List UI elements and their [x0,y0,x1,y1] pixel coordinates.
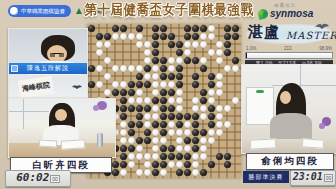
white-stone [224,65,231,72]
black-stone [224,161,231,168]
white-stone [144,57,151,64]
black-stone [176,49,183,56]
right-player-face [280,91,291,104]
white-stone [160,169,167,176]
black-stone [176,153,183,160]
black-stone [160,161,167,168]
black-stone [136,137,143,144]
white-stone [136,33,143,40]
white-stone [200,153,207,160]
black-stone [184,113,191,120]
white-stone [208,33,215,40]
white-stone [144,153,151,160]
black-stone [160,97,167,104]
white-stone [96,41,103,48]
white-stone [152,113,159,120]
ai-name-suffix: MASTER [286,30,336,41]
white-stone [144,161,151,168]
white-stone [152,73,159,80]
winrate-bar [245,52,333,59]
black-stone [176,121,183,128]
window-frame [272,85,336,86]
black-stone [208,81,215,88]
white-stone [136,65,143,72]
white-stone [120,137,127,144]
white-stone [144,73,151,80]
broadcast-frame: 中華職業圍棋協會 海峰棋院 第十屆健喬盃女子圍棋最強戰 陳逸五段解說 海峰棋院 [0,0,336,189]
event-title: 第十屆健喬盃女子圍棋最強戰 [84,1,254,20]
white-stone [216,81,223,88]
white-stone [144,121,151,128]
white-stone [216,73,223,80]
white-stone [208,25,215,32]
white-stone [160,81,167,88]
black-stone [192,73,199,80]
black-stone [168,73,175,80]
white-stone [136,169,143,176]
black-stone [168,153,175,160]
black-stone [192,137,199,144]
black-stone [160,145,167,152]
black-stone [192,25,199,32]
black-stone [152,25,159,32]
right-player-clock: 23:01 00 [290,170,336,186]
black-stone [144,65,151,72]
black-stone [128,129,135,136]
white-stone [184,145,191,152]
white-stone [112,33,119,40]
black-stone [192,121,199,128]
white-stone [152,89,159,96]
white-stone [168,161,175,168]
black-stone [152,33,159,40]
black-stone [184,25,191,32]
white-stone [184,121,191,128]
black-stone [224,25,231,32]
left-player-face [55,109,67,121]
right-player-name: 俞俐均四段 [261,155,319,168]
white-stone [176,57,183,64]
synmosa-leaf-icon [257,7,269,19]
stage-tag: 勝部準決賽 [243,171,289,183]
commentator-banner: 陳逸五段解說 [9,63,87,74]
white-stone [232,65,239,72]
window-frame [9,111,49,112]
black-stone [200,97,207,104]
winrate-bar-white-fill [247,53,332,58]
white-stone [104,57,111,64]
white-stone [232,97,239,104]
white-stone [144,113,151,120]
white-stone [192,97,199,104]
white-stone [192,41,199,48]
ai-brand: 湛盧 MASTER [246,22,332,46]
white-stone [176,105,183,112]
white-stone [216,129,223,136]
white-stone [184,41,191,48]
black-stone [136,121,143,128]
black-stone [112,169,119,176]
black-stone [232,57,239,64]
black-stone [152,97,159,104]
white-stone [168,81,175,88]
black-stone [152,161,159,168]
white-stone [168,129,175,136]
white-stone [216,105,223,112]
white-stone [144,41,151,48]
glasses-icon [50,53,64,57]
white-stone [152,145,159,152]
black-stone [192,81,199,88]
black-stone [88,81,95,88]
white-stone [208,49,215,56]
white-stone [200,137,207,144]
white-stone [216,121,223,128]
black-stone [144,105,151,112]
black-stone [184,153,191,160]
white-stone [224,105,231,112]
white-stone [120,81,127,88]
white-stone [216,49,223,56]
black-stone [192,145,199,152]
white-stone [192,105,199,112]
black-stone [144,81,151,88]
black-stone [112,89,119,96]
white-stone [144,97,151,104]
black-stone [120,105,127,112]
association-emblem-icon [10,7,18,15]
banner-square-icon [11,65,18,72]
black-stone [160,25,167,32]
white-stone [216,113,223,120]
black-stone [160,89,167,96]
wall-calligraphy-sign: 海峰棋院 [18,76,54,98]
black-stone [136,81,143,88]
association-name: 中華職業圍棋協會 [21,8,65,15]
white-stone [192,169,199,176]
thermos [97,133,103,147]
synmosa-brand-text: synmosa [270,8,313,19]
white-stone [128,33,135,40]
black-stone [160,33,167,40]
black-stone [160,121,167,128]
commentator-banner-label: 陳逸五段解說 [27,64,69,73]
black-stone [144,129,151,136]
white-stone [136,97,143,104]
black-stone [112,161,119,168]
flower-decoration [93,105,99,111]
white-winrate: 98.9% [319,46,332,51]
white-stone [128,161,135,168]
white-stone [136,41,143,48]
black-stone [192,33,199,40]
white-stone [176,97,183,104]
white-stone [152,81,159,88]
black-stone [200,129,207,136]
synmosa-logo: synmosa [258,8,313,19]
white-stone [120,121,127,128]
white-stone [224,121,231,128]
black-stone [88,25,95,32]
white-stone [176,145,183,152]
black-stone [168,89,175,96]
black-stone [152,169,159,176]
black-stone [200,89,207,96]
white-stone [136,153,143,160]
black-stone [128,121,135,128]
black-stone [232,33,239,40]
right-clock-time: 23:01 [293,171,323,182]
black-stone [216,153,223,160]
white-stone [120,65,127,72]
black-stone [192,113,199,120]
black-stone [224,49,231,56]
stage-tag-text: 勝部準決賽 [249,173,284,182]
black-stone [136,113,143,120]
black-stone [152,49,159,56]
papers [302,138,325,149]
white-stone [200,145,207,152]
black-stone [160,113,167,120]
white-stone [152,153,159,160]
commentator-video: 陳逸五段解說 海峰棋院 [8,28,88,98]
white-stone [104,89,111,96]
white-stone [96,49,103,56]
white-stone [136,145,143,152]
black-stone [184,161,191,168]
white-stone [208,129,215,136]
black-stone [168,33,175,40]
white-stone [112,65,119,72]
black-stone [176,73,183,80]
black-stone [176,113,183,120]
white-stone [128,97,135,104]
black-stone [160,129,167,136]
white-stone [200,41,207,48]
ai-eval-numbers: 1.0% 213 98.9% [245,46,333,51]
white-stone [152,105,159,112]
black-winrate: 1.0% [246,46,256,51]
black-stone [192,129,199,136]
white-stone [200,113,207,120]
wall-sign-text: 海峰棋院 [21,80,50,94]
white-stone [112,81,119,88]
black-stone [208,161,215,168]
black-stone [160,105,167,112]
right-clock-sub: 00 [324,174,334,182]
black-stone [112,25,119,32]
black-stone [192,57,199,64]
black-stone [208,113,215,120]
white-stone [168,57,175,64]
white-stone [208,97,215,104]
black-stone [128,89,135,96]
black-stone [152,41,159,48]
white-stone [96,65,103,72]
white-stone [176,137,183,144]
black-stone [152,57,159,64]
white-stone [144,169,151,176]
white-stone [208,89,215,96]
white-stone [104,41,111,48]
black-stone [200,25,207,32]
white-stone [168,121,175,128]
black-stone [184,57,191,64]
white-stone [200,57,207,64]
black-stone [128,145,135,152]
black-stone [168,113,175,120]
flower-decoration [319,123,325,129]
black-stone [208,73,215,80]
go-association-logo: 中華職業圍棋協會 [8,5,71,17]
white-stone [216,57,223,64]
black-stone [152,121,159,128]
black-stone [128,105,135,112]
white-stone [120,129,127,136]
black-stone [224,41,231,48]
tree-icon [76,8,82,14]
black-stone [128,81,135,88]
white-stone [120,33,127,40]
black-stone [184,169,191,176]
black-stone [224,153,231,160]
white-stone [184,49,191,56]
left-clock-sub: 00 [50,175,60,183]
white-stone [128,153,135,160]
white-stone [152,137,159,144]
left-clock-time: 60:02 [16,171,49,184]
black-stone [144,137,151,144]
white-stone [104,73,111,80]
black-stone [88,65,95,72]
white-stone [216,89,223,96]
white-stone [176,89,183,96]
white-stone [128,137,135,144]
black-stone [120,145,127,152]
black-stone [208,105,215,112]
white-stone [152,129,159,136]
black-stone [160,57,167,64]
black-stone [208,121,215,128]
white-stone [96,81,103,88]
black-stone [104,33,111,40]
bird-logo-icon [71,83,83,91]
black-stone [160,73,167,80]
black-stone [184,137,191,144]
ai-name: 湛盧 [248,23,280,42]
black-stone [232,25,239,32]
black-stone [120,25,127,32]
black-stone [120,153,127,160]
black-stone [200,65,207,72]
black-stone [184,33,191,40]
white-stone [128,65,135,72]
left-player-clock: 60:02 00 [5,170,71,187]
white-stone [216,41,223,48]
black-stone [168,41,175,48]
right-player-nameplate: 俞俐均四段 [246,153,334,170]
black-stone [120,113,127,120]
black-stone [176,65,183,72]
left-player-video [8,98,116,158]
white-stone [208,137,215,144]
white-stone [160,137,167,144]
white-stone [200,105,207,112]
black-stone [96,33,103,40]
black-stone [136,25,143,32]
right-player-video [241,64,336,154]
black-stone [176,41,183,48]
white-stone [168,65,175,72]
black-stone [200,169,207,176]
white-stone [136,89,143,96]
black-stone [120,161,127,168]
white-stone [176,161,183,168]
white-stone [192,153,199,160]
white-stone [176,129,183,136]
white-stone [144,49,151,56]
black-stone [160,153,167,160]
black-stone [176,169,183,176]
papers [250,138,276,149]
black-stone [168,105,175,112]
white-stone [200,33,207,40]
white-stone [192,161,199,168]
white-stone [168,97,175,104]
window-frame [23,99,24,129]
black-stone [136,105,143,112]
black-stone [168,145,175,152]
black-stone [120,97,127,104]
white-stone [152,65,159,72]
score-sheets [61,139,86,150]
black-stone [160,65,167,72]
black-stone [136,73,143,80]
black-stone [176,81,183,88]
score-sheets [39,140,57,148]
move-number: 213 [284,46,292,51]
white-stone [184,129,191,136]
black-stone [224,33,231,40]
right-player-shirt [270,113,312,139]
black-stone [120,89,127,96]
white-stone [120,169,127,176]
